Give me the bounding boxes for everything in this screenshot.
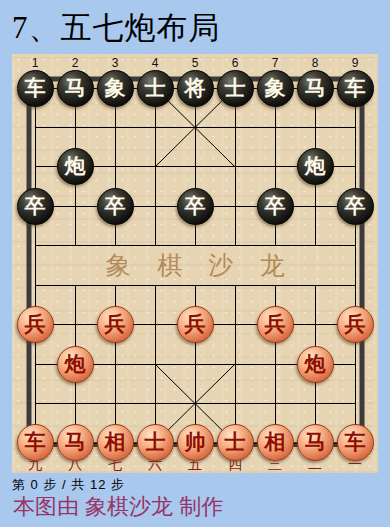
board-cell-4-2[interactable] — [55, 187, 95, 226]
piece-red[interactable]: 车 — [17, 424, 54, 461]
board-cell-4-6[interactable] — [215, 187, 255, 226]
piece-red[interactable]: 车 — [337, 424, 374, 461]
board-cell-10-3[interactable]: 相 — [95, 423, 135, 462]
board-cell-3-6[interactable] — [215, 147, 255, 186]
board-cell-3-2[interactable]: 炮 — [55, 147, 95, 186]
board-cell-9-2[interactable] — [55, 384, 95, 423]
board-cell-9-5[interactable] — [175, 384, 215, 423]
board-cell-8-2[interactable]: 炮 — [55, 344, 95, 383]
board-cell-2-8[interactable] — [295, 108, 335, 147]
board-cell-6-4[interactable] — [135, 265, 175, 304]
board-cell-2-5[interactable] — [175, 108, 215, 147]
piece-black[interactable]: 卒 — [337, 188, 374, 225]
piece-black[interactable]: 炮 — [297, 148, 334, 185]
board-cell-6-3[interactable] — [95, 265, 135, 304]
piece-black[interactable]: 马 — [297, 70, 334, 107]
board-cell-10-9[interactable]: 车 — [335, 423, 375, 462]
board-cell-5-3[interactable] — [95, 226, 135, 265]
board-cell-8-7[interactable] — [255, 344, 295, 383]
piece-red[interactable]: 马 — [57, 424, 94, 461]
piece-black[interactable]: 卒 — [97, 188, 134, 225]
board-cell-9-8[interactable] — [295, 384, 335, 423]
board-cell-2-1[interactable] — [15, 108, 55, 147]
piece-red[interactable]: 兵 — [17, 306, 54, 343]
board-cell-4-9[interactable]: 卒 — [335, 187, 375, 226]
piece-red[interactable]: 兵 — [257, 306, 294, 343]
board-cell-9-1[interactable] — [15, 384, 55, 423]
board-cell-10-2[interactable]: 马 — [55, 423, 95, 462]
credit-text: 本图由 象棋沙龙 制作 — [13, 493, 383, 521]
board-cell-1-5[interactable]: 将 — [175, 68, 215, 107]
board-cell-3-7[interactable] — [255, 147, 295, 186]
board-cell-5-8[interactable] — [295, 226, 335, 265]
board-cell-5-5[interactable] — [175, 226, 215, 265]
board-cell-9-3[interactable] — [95, 384, 135, 423]
board-cell-10-5[interactable]: 帅 — [175, 423, 215, 462]
board-cell-10-4[interactable]: 士 — [135, 423, 175, 462]
board-cell-7-9[interactable]: 兵 — [335, 305, 375, 344]
board-cell-5-1[interactable] — [15, 226, 55, 265]
board-cell-3-9[interactable] — [335, 147, 375, 186]
piece-red[interactable]: 马 — [297, 424, 334, 461]
board-cell-4-5[interactable]: 卒 — [175, 187, 215, 226]
board-cell-1-1[interactable]: 车 — [15, 68, 55, 107]
piece-red[interactable]: 帅 — [177, 424, 214, 461]
board-cell-2-7[interactable] — [255, 108, 295, 147]
board-cell-8-4[interactable] — [135, 344, 175, 383]
piece-black[interactable]: 象 — [97, 70, 134, 107]
piece-red[interactable]: 相 — [257, 424, 294, 461]
board-cell-10-7[interactable]: 相 — [255, 423, 295, 462]
board-cell-8-9[interactable] — [335, 344, 375, 383]
piece-black[interactable]: 象 — [257, 70, 294, 107]
board-cell-6-9[interactable] — [335, 265, 375, 304]
board-cell-9-4[interactable] — [135, 384, 175, 423]
piece-black[interactable]: 车 — [17, 70, 54, 107]
piece-black[interactable]: 卒 — [17, 188, 54, 225]
step-indicator: 第 0 步 / 共 12 步 — [12, 476, 372, 491]
board-cell-5-4[interactable] — [135, 226, 175, 265]
board-cell-9-9[interactable] — [335, 384, 375, 423]
board-cell-2-3[interactable] — [95, 108, 135, 147]
board-grid: 车马象士将士象马车炮炮卒卒卒卒卒兵兵兵兵兵炮炮车马相士帅士相马车 — [15, 68, 375, 462]
board-cell-8-1[interactable] — [15, 344, 55, 383]
board-cell-3-8[interactable]: 炮 — [295, 147, 335, 186]
piece-red[interactable]: 士 — [217, 424, 254, 461]
piece-black[interactable]: 马 — [57, 70, 94, 107]
board-cell-7-8[interactable] — [295, 305, 335, 344]
board-cell-1-8[interactable]: 马 — [295, 68, 335, 107]
board-cell-10-1[interactable]: 车 — [15, 423, 55, 462]
board-cell-3-5[interactable] — [175, 147, 215, 186]
board-cell-8-5[interactable] — [175, 344, 215, 383]
board-cell-6-1[interactable] — [15, 265, 55, 304]
board-cell-7-3[interactable]: 兵 — [95, 305, 135, 344]
board-cell-5-7[interactable] — [255, 226, 295, 265]
board-cell-3-1[interactable] — [15, 147, 55, 186]
piece-black[interactable]: 卒 — [257, 188, 294, 225]
board-cell-5-2[interactable] — [55, 226, 95, 265]
piece-red[interactable]: 炮 — [297, 346, 334, 383]
piece-red[interactable]: 士 — [137, 424, 174, 461]
board-cell-4-7[interactable]: 卒 — [255, 187, 295, 226]
xiangqi-board: 象 棋 沙 龙 123456789 九八七六五四三二一 车马象士将士象马车炮炮卒… — [12, 54, 378, 473]
board-cell-8-8[interactable]: 炮 — [295, 344, 335, 383]
piece-black[interactable]: 士 — [137, 70, 174, 107]
piece-black[interactable]: 卒 — [177, 188, 214, 225]
board-cell-2-6[interactable] — [215, 108, 255, 147]
piece-black[interactable]: 车 — [337, 70, 374, 107]
board-cell-1-7[interactable]: 象 — [255, 68, 295, 107]
board-cell-4-4[interactable] — [135, 187, 175, 226]
board-cell-10-8[interactable]: 马 — [295, 423, 335, 462]
board-cell-7-4[interactable] — [135, 305, 175, 344]
board-cell-1-9[interactable]: 车 — [335, 68, 375, 107]
board-cell-7-2[interactable] — [55, 305, 95, 344]
board-cell-4-1[interactable]: 卒 — [15, 187, 55, 226]
board-cell-7-5[interactable]: 兵 — [175, 305, 215, 344]
piece-red[interactable]: 相 — [97, 424, 134, 461]
board-cell-9-7[interactable] — [255, 384, 295, 423]
piece-red[interactable]: 兵 — [177, 306, 214, 343]
board-cell-2-2[interactable] — [55, 108, 95, 147]
board-cell-1-6[interactable]: 士 — [215, 68, 255, 107]
board-cell-6-5[interactable] — [175, 265, 215, 304]
piece-black[interactable]: 炮 — [57, 148, 94, 185]
board-cell-6-6[interactable] — [215, 265, 255, 304]
board-cell-9-6[interactable] — [215, 384, 255, 423]
page-title: 7、五七炮布局 — [12, 6, 382, 50]
board-cell-7-7[interactable]: 兵 — [255, 305, 295, 344]
board-cell-5-6[interactable] — [215, 226, 255, 265]
piece-red[interactable]: 兵 — [97, 306, 134, 343]
board-cell-4-8[interactable] — [295, 187, 335, 226]
board-cell-2-9[interactable] — [335, 108, 375, 147]
board-cell-3-3[interactable] — [95, 147, 135, 186]
board-cell-8-3[interactable] — [95, 344, 135, 383]
piece-red[interactable]: 炮 — [57, 346, 94, 383]
board-cell-4-3[interactable]: 卒 — [95, 187, 135, 226]
board-cell-1-4[interactable]: 士 — [135, 68, 175, 107]
board-cell-1-3[interactable]: 象 — [95, 68, 135, 107]
board-cell-7-1[interactable]: 兵 — [15, 305, 55, 344]
board-cell-6-7[interactable] — [255, 265, 295, 304]
piece-black[interactable]: 士 — [217, 70, 254, 107]
piece-black[interactable]: 将 — [177, 70, 214, 107]
board-cell-3-4[interactable] — [135, 147, 175, 186]
board-cell-2-4[interactable] — [135, 108, 175, 147]
board-cell-6-2[interactable] — [55, 265, 95, 304]
board-cell-6-8[interactable] — [295, 265, 335, 304]
board-cell-1-2[interactable]: 马 — [55, 68, 95, 107]
board-cell-5-9[interactable] — [335, 226, 375, 265]
board-cell-8-6[interactable] — [215, 344, 255, 383]
page: 7、五七炮布局 象 棋 沙 龙 123456789 九八七六五四三二一 车马象士… — [0, 0, 390, 527]
board-cell-10-6[interactable]: 士 — [215, 423, 255, 462]
piece-red[interactable]: 兵 — [337, 306, 374, 343]
board-cell-7-6[interactable] — [215, 305, 255, 344]
